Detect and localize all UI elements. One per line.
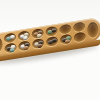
stone-amber [64, 39, 69, 44]
stone-cream [36, 33, 41, 38]
store-right[interactable] [87, 22, 99, 39]
pit-bottom-4[interactable] [46, 36, 58, 47]
pit-bottom-6[interactable] [74, 32, 86, 43]
pit-bottom-1[interactable] [4, 43, 16, 54]
stone-white [22, 36, 27, 41]
mancala-board [0, 17, 100, 63]
pit-bottom-3[interactable] [32, 38, 44, 49]
photo-background [0, 0, 100, 100]
stone-white [10, 34, 15, 39]
stone-black [52, 38, 57, 43]
store-left[interactable] [0, 37, 3, 54]
pit-top-4[interactable] [45, 26, 57, 37]
stone-amber [23, 46, 28, 51]
pit-bottom-5[interactable] [60, 34, 72, 45]
stone-teal [9, 48, 14, 53]
pit-top-1[interactable] [4, 32, 16, 43]
stone-brown [37, 43, 42, 48]
pit-bottom-2[interactable] [18, 40, 30, 51]
pit-top-2[interactable] [18, 30, 30, 41]
pit-top-3[interactable] [32, 28, 44, 39]
stone-dark [52, 28, 57, 33]
pit-top-5[interactable] [59, 24, 71, 35]
pit-top-6[interactable] [73, 22, 85, 33]
